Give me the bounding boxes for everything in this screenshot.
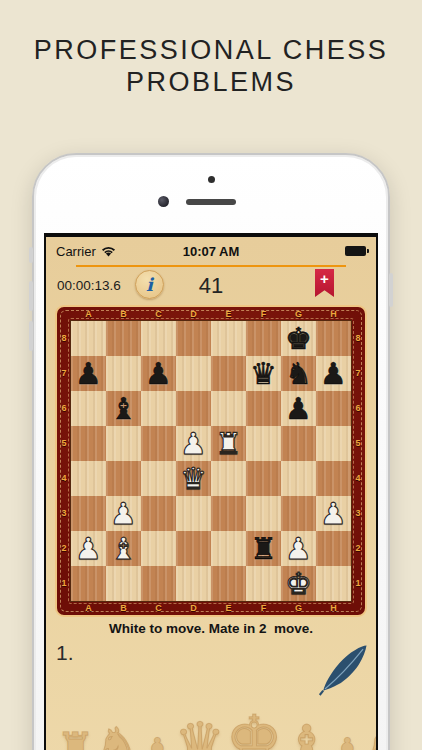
rank-label-1: 1 [352, 566, 364, 601]
file-label-g: G [281, 308, 316, 320]
square-f8[interactable] [246, 321, 281, 356]
square-b4[interactable] [106, 461, 141, 496]
rank-label-1: 1 [58, 566, 70, 601]
square-h5[interactable] [316, 426, 351, 461]
square-c6[interactable] [141, 391, 176, 426]
phone-screen: Carrier 10:07 AM 00:00:13.6 i 41 + [44, 233, 378, 750]
square-a7[interactable]: ♟ [71, 356, 106, 391]
square-a5[interactable] [71, 426, 106, 461]
square-h2[interactable] [316, 531, 351, 566]
square-c8[interactable] [141, 321, 176, 356]
rank-label-4: 4 [352, 461, 364, 496]
square-d7[interactable] [176, 356, 211, 391]
square-g2[interactable]: ♟ [281, 531, 316, 566]
chess-app-screen: Carrier 10:07 AM 00:00:13.6 i 41 + [46, 237, 376, 750]
square-c4[interactable] [141, 461, 176, 496]
rank-label-6: 6 [58, 391, 70, 426]
black-king: ♚ [281, 321, 316, 356]
mute-switch [29, 247, 33, 263]
square-g1[interactable]: ♚ [281, 566, 316, 601]
earpiece-speaker [186, 199, 236, 205]
square-e7[interactable] [211, 356, 246, 391]
file-label-a: A [71, 602, 106, 614]
square-e2[interactable] [211, 531, 246, 566]
square-h1[interactable] [316, 566, 351, 601]
decor-piece-6: ♝ [283, 721, 331, 750]
square-g6[interactable]: ♟ [281, 391, 316, 426]
board-squares: ♚♟♟♛♞♟♝♟♟♜♛♟♟♟♝♜♟♚ [71, 321, 351, 601]
square-a4[interactable] [71, 461, 106, 496]
square-g7[interactable]: ♞ [281, 356, 316, 391]
square-h4[interactable] [316, 461, 351, 496]
square-a1[interactable] [71, 566, 106, 601]
square-e8[interactable] [211, 321, 246, 356]
square-a8[interactable] [71, 321, 106, 356]
decor-piece-2: ♞ [95, 724, 140, 750]
rank-label-8: 8 [58, 321, 70, 356]
square-h6[interactable] [316, 391, 351, 426]
proximity-sensor-dot [208, 176, 215, 183]
volume-down-button [29, 321, 33, 351]
rank-label-2: 2 [58, 531, 70, 566]
rank-labels-right: 87654321 [352, 321, 364, 601]
square-d2[interactable] [176, 531, 211, 566]
square-b1[interactable] [106, 566, 141, 601]
square-f6[interactable] [246, 391, 281, 426]
power-button [389, 273, 393, 307]
file-label-b: B [106, 602, 141, 614]
rank-label-7: 7 [58, 356, 70, 391]
black-pawn: ♟ [71, 356, 106, 391]
file-label-f: F [246, 602, 281, 614]
square-g4[interactable] [281, 461, 316, 496]
rank-label-6: 6 [352, 391, 364, 426]
square-g8[interactable]: ♚ [281, 321, 316, 356]
square-d4[interactable]: ♛ [176, 461, 211, 496]
square-h7[interactable]: ♟ [316, 356, 351, 391]
square-c7[interactable]: ♟ [141, 356, 176, 391]
decor-piece-8: ♞ [364, 724, 376, 750]
square-g3[interactable] [281, 496, 316, 531]
rank-label-2: 2 [352, 531, 364, 566]
square-e1[interactable] [211, 566, 246, 601]
square-c2[interactable] [141, 531, 176, 566]
black-rook: ♜ [246, 531, 281, 566]
square-b8[interactable] [106, 321, 141, 356]
square-b7[interactable] [106, 356, 141, 391]
white-pawn: ♟ [106, 496, 141, 531]
square-f4[interactable] [246, 461, 281, 496]
rank-label-3: 3 [352, 496, 364, 531]
rank-labels-left: 87654321 [58, 321, 70, 601]
front-camera-icon [158, 196, 169, 207]
battery-icon [345, 246, 366, 256]
black-pawn: ♟ [141, 356, 176, 391]
rank-label-4: 4 [58, 461, 70, 496]
black-bishop: ♝ [106, 391, 141, 426]
file-label-h: H [316, 308, 351, 320]
square-d5[interactable]: ♟ [176, 426, 211, 461]
square-b5[interactable] [106, 426, 141, 461]
file-labels-top: ABCDEFGH [71, 308, 351, 320]
rank-label-8: 8 [352, 321, 364, 356]
file-label-c: C [141, 602, 176, 614]
volume-up-button [29, 281, 33, 311]
decor-piece-5: ♚ [225, 711, 282, 750]
file-label-h: H [316, 602, 351, 614]
iphone-mockup: Carrier 10:07 AM 00:00:13.6 i 41 + [32, 153, 390, 750]
square-e6[interactable] [211, 391, 246, 426]
square-a6[interactable] [71, 391, 106, 426]
square-g5[interactable] [281, 426, 316, 461]
file-labels-bottom: ABCDEFGH [71, 602, 351, 614]
white-rook: ♜ [211, 426, 246, 461]
black-queen: ♛ [246, 356, 281, 391]
rank-label-5: 5 [58, 426, 70, 461]
page-title: PROFESSIONAL CHESS PROBLEMS [11, 34, 411, 99]
square-f1[interactable] [246, 566, 281, 601]
square-e5[interactable]: ♜ [211, 426, 246, 461]
rank-label-5: 5 [352, 426, 364, 461]
white-queen: ♛ [176, 461, 211, 496]
white-bishop: ♝ [106, 531, 141, 566]
white-pawn: ♟ [176, 426, 211, 461]
square-b6[interactable]: ♝ [106, 391, 141, 426]
square-b2[interactable]: ♝ [106, 531, 141, 566]
file-label-d: D [176, 308, 211, 320]
file-label-f: F [246, 308, 281, 320]
toolbar: 00:00:13.6 i 41 + [46, 267, 376, 304]
square-b3[interactable]: ♟ [106, 496, 141, 531]
square-e3[interactable] [211, 496, 246, 531]
square-h3[interactable]: ♟ [316, 496, 351, 531]
square-d8[interactable] [176, 321, 211, 356]
square-c3[interactable] [141, 496, 176, 531]
status-bar: Carrier 10:07 AM [46, 237, 376, 263]
decor-piece-1: ♜ [56, 729, 95, 750]
file-label-g: G [281, 602, 316, 614]
white-pawn: ♟ [316, 496, 351, 531]
square-d3[interactable] [176, 496, 211, 531]
square-c1[interactable] [141, 566, 176, 601]
plus-icon: + [320, 269, 329, 289]
file-label-d: D [176, 602, 211, 614]
file-label-c: C [141, 308, 176, 320]
black-pawn: ♟ [281, 391, 316, 426]
square-f7[interactable]: ♛ [246, 356, 281, 391]
square-d6[interactable] [176, 391, 211, 426]
rank-label-7: 7 [352, 356, 364, 391]
square-f5[interactable] [246, 426, 281, 461]
square-h8[interactable] [316, 321, 351, 356]
square-f3[interactable] [246, 496, 281, 531]
decor-piece-3: ♟ [140, 735, 174, 750]
stipulation-text: White to move. Mate in 2 move. [46, 621, 376, 636]
decor-piece-4: ♛ [174, 718, 225, 750]
white-pawn: ♟ [281, 531, 316, 566]
square-e4[interactable] [211, 461, 246, 496]
square-c5[interactable] [141, 426, 176, 461]
file-label-e: E [211, 602, 246, 614]
file-label-e: E [211, 308, 246, 320]
white-king: ♚ [281, 566, 316, 601]
black-pawn: ♟ [316, 356, 351, 391]
decor-chess-pieces: ♜♞♟♛♚♝♟♞♜ [46, 683, 376, 750]
square-a2[interactable]: ♟ [71, 531, 106, 566]
file-label-b: B [106, 308, 141, 320]
square-f2[interactable]: ♜ [246, 531, 281, 566]
black-knight: ♞ [281, 356, 316, 391]
file-label-a: A [71, 308, 106, 320]
square-a3[interactable] [71, 496, 106, 531]
status-time: 10:07 AM [46, 244, 376, 259]
decor-piece-7: ♟ [330, 735, 364, 750]
white-pawn: ♟ [71, 531, 106, 566]
rank-label-3: 3 [58, 496, 70, 531]
square-d1[interactable] [176, 566, 211, 601]
chess-board: ABCDEFGH ABCDEFGH 87654321 87654321 ♚♟♟♛… [55, 305, 367, 617]
